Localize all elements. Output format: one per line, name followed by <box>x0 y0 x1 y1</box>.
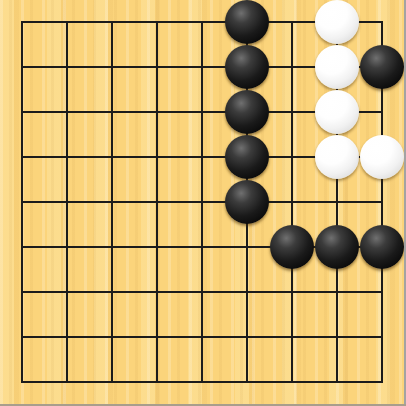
black-stone[interactable] <box>225 135 269 179</box>
black-stone[interactable] <box>225 180 269 224</box>
black-stone[interactable] <box>225 0 269 44</box>
white-stone[interactable] <box>360 135 404 179</box>
white-stone[interactable] <box>315 90 359 134</box>
white-stone[interactable] <box>315 0 359 44</box>
black-stone[interactable] <box>225 90 269 134</box>
stones-layer <box>0 0 406 406</box>
black-stone[interactable] <box>315 225 359 269</box>
black-stone[interactable] <box>270 225 314 269</box>
black-stone[interactable] <box>360 225 404 269</box>
white-stone[interactable] <box>315 45 359 89</box>
go-board[interactable] <box>0 0 406 406</box>
black-stone[interactable] <box>360 45 404 89</box>
white-stone[interactable] <box>315 135 359 179</box>
black-stone[interactable] <box>225 45 269 89</box>
